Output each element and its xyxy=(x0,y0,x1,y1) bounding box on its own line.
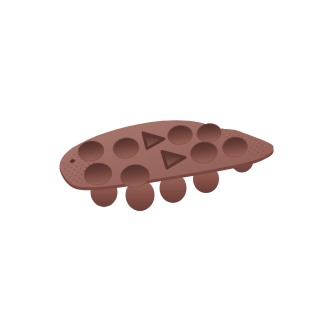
product-photo-scene xyxy=(0,0,322,322)
chocolate-mold xyxy=(0,0,322,322)
